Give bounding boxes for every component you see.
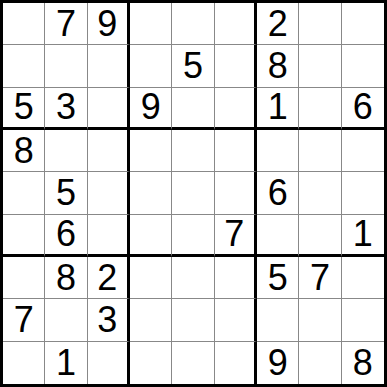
cell-r6c7[interactable] (257, 215, 299, 257)
cell-r9c5[interactable] (172, 342, 214, 384)
cell-r8c5[interactable] (172, 299, 214, 341)
cell-r5c4[interactable] (130, 172, 172, 214)
cell-r8c7[interactable] (257, 299, 299, 341)
cell-r7c5[interactable] (172, 257, 214, 299)
cell-r6c4[interactable] (130, 215, 172, 257)
cell-r1c8[interactable] (299, 3, 341, 45)
cell-r7c4[interactable] (130, 257, 172, 299)
cell-r2c2[interactable] (45, 45, 87, 87)
cell-r3c2[interactable]: 3 (45, 88, 87, 130)
cell-r4c5[interactable] (172, 130, 214, 172)
cell-r1c9[interactable] (342, 3, 384, 45)
cell-r2c8[interactable] (299, 45, 341, 87)
cell-r5c2[interactable]: 5 (45, 172, 87, 214)
cell-r9c6[interactable] (215, 342, 257, 384)
cell-r4c2[interactable] (45, 130, 87, 172)
cell-r4c3[interactable] (88, 130, 130, 172)
cell-r8c4[interactable] (130, 299, 172, 341)
cell-r2c9[interactable] (342, 45, 384, 87)
cell-r7c9[interactable] (342, 257, 384, 299)
cell-r6c8[interactable] (299, 215, 341, 257)
cell-r5c8[interactable] (299, 172, 341, 214)
cell-r6c9[interactable]: 1 (342, 215, 384, 257)
cell-r3c1[interactable]: 5 (3, 88, 45, 130)
cell-r8c6[interactable] (215, 299, 257, 341)
cell-r3c7[interactable]: 1 (257, 88, 299, 130)
cell-r7c3[interactable]: 2 (88, 257, 130, 299)
cell-r4c9[interactable] (342, 130, 384, 172)
cell-r3c5[interactable] (172, 88, 214, 130)
cell-r5c1[interactable] (3, 172, 45, 214)
cell-r1c5[interactable] (172, 3, 214, 45)
cell-r7c6[interactable] (215, 257, 257, 299)
cell-r5c7[interactable]: 6 (257, 172, 299, 214)
cell-r6c2[interactable]: 6 (45, 215, 87, 257)
cell-r8c1[interactable]: 7 (3, 299, 45, 341)
cell-r2c5[interactable]: 5 (172, 45, 214, 87)
cell-r7c8[interactable]: 7 (299, 257, 341, 299)
sudoku-board: 7925853916856671825773198 (0, 0, 387, 387)
cell-r3c8[interactable] (299, 88, 341, 130)
cell-r7c7[interactable]: 5 (257, 257, 299, 299)
cell-r2c7[interactable]: 8 (257, 45, 299, 87)
cell-r9c4[interactable] (130, 342, 172, 384)
cell-r1c2[interactable]: 7 (45, 3, 87, 45)
cell-r1c1[interactable] (3, 3, 45, 45)
cell-r8c3[interactable]: 3 (88, 299, 130, 341)
cell-r2c4[interactable] (130, 45, 172, 87)
cell-r9c9[interactable]: 8 (342, 342, 384, 384)
cell-r2c1[interactable] (3, 45, 45, 87)
cell-r9c8[interactable] (299, 342, 341, 384)
cell-r3c4[interactable]: 9 (130, 88, 172, 130)
cell-r5c9[interactable] (342, 172, 384, 214)
cell-r9c2[interactable]: 1 (45, 342, 87, 384)
cell-r5c3[interactable] (88, 172, 130, 214)
cell-r3c9[interactable]: 6 (342, 88, 384, 130)
cell-r4c6[interactable] (215, 130, 257, 172)
cell-r4c8[interactable] (299, 130, 341, 172)
cell-r3c6[interactable] (215, 88, 257, 130)
cell-r6c5[interactable] (172, 215, 214, 257)
cell-r5c6[interactable] (215, 172, 257, 214)
cell-r4c1[interactable]: 8 (3, 130, 45, 172)
cell-r3c3[interactable] (88, 88, 130, 130)
cell-r6c1[interactable] (3, 215, 45, 257)
cell-r9c7[interactable]: 9 (257, 342, 299, 384)
cell-r1c3[interactable]: 9 (88, 3, 130, 45)
cell-r4c4[interactable] (130, 130, 172, 172)
cell-r7c2[interactable]: 8 (45, 257, 87, 299)
cell-r1c4[interactable] (130, 3, 172, 45)
cell-r6c6[interactable]: 7 (215, 215, 257, 257)
cell-r9c3[interactable] (88, 342, 130, 384)
cell-r5c5[interactable] (172, 172, 214, 214)
cell-r8c2[interactable] (45, 299, 87, 341)
cell-r8c9[interactable] (342, 299, 384, 341)
cell-r1c6[interactable] (215, 3, 257, 45)
cell-r7c1[interactable] (3, 257, 45, 299)
cell-r8c8[interactable] (299, 299, 341, 341)
cell-r1c7[interactable]: 2 (257, 3, 299, 45)
cell-r9c1[interactable] (3, 342, 45, 384)
cell-r2c3[interactable] (88, 45, 130, 87)
cell-r2c6[interactable] (215, 45, 257, 87)
cell-r4c7[interactable] (257, 130, 299, 172)
cell-r6c3[interactable] (88, 215, 130, 257)
